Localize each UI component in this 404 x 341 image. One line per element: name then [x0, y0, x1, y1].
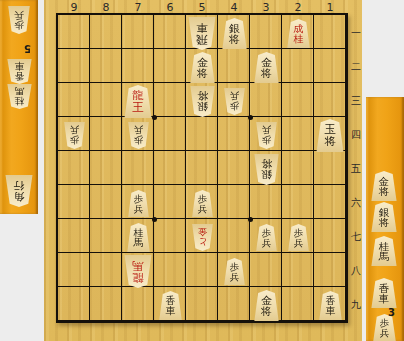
board-square-3八[interactable]: [250, 253, 282, 287]
board-square-3六[interactable]: [250, 185, 282, 219]
board-square-5四[interactable]: [186, 117, 218, 151]
board-square-1八[interactable]: [314, 253, 346, 287]
board-square-9八[interactable]: [58, 253, 90, 287]
shogi-app: { "game": "shogi", "position": { "sfen":…: [0, 0, 404, 341]
board-square-5八[interactable]: [186, 253, 218, 287]
sente-hand-count-歩兵: 3: [388, 307, 395, 318]
board-square-2四[interactable]: [282, 117, 314, 151]
file-label-5: 5: [186, 1, 218, 14]
rank-label-3: 三: [349, 94, 363, 108]
board-square-8二[interactable]: [90, 49, 122, 83]
board-square-2二[interactable]: [282, 49, 314, 83]
file-label-6: 6: [154, 1, 186, 14]
gote-hand-count-歩兵: 5: [24, 43, 31, 54]
board-square-3三[interactable]: [250, 83, 282, 117]
file-label-4: 4: [218, 1, 250, 14]
board-square-1五[interactable]: [314, 151, 346, 185]
board-square-6六[interactable]: [154, 185, 186, 219]
file-label-9: 9: [58, 1, 90, 14]
board-square-9六[interactable]: [58, 185, 90, 219]
board-square-8六[interactable]: [90, 185, 122, 219]
board-square-4九[interactable]: [218, 287, 250, 321]
file-label-1: 1: [314, 1, 346, 14]
board-square-2九[interactable]: [282, 287, 314, 321]
board-square-4四[interactable]: [218, 117, 250, 151]
board-square-6七[interactable]: [154, 219, 186, 253]
board-square-1三[interactable]: [314, 83, 346, 117]
board-square-6二[interactable]: [154, 49, 186, 83]
board-square-8八[interactable]: [90, 253, 122, 287]
board-square-8一[interactable]: [90, 15, 122, 49]
file-label-2: 2: [282, 1, 314, 14]
board-square-5五[interactable]: [186, 151, 218, 185]
board-square-2八[interactable]: [282, 253, 314, 287]
board-square-6三[interactable]: [154, 83, 186, 117]
file-label-8: 8: [90, 1, 122, 14]
board-square-8四[interactable]: [90, 117, 122, 151]
board-square-1二[interactable]: [314, 49, 346, 83]
star-point: [152, 115, 157, 120]
board-square-7五[interactable]: [122, 151, 154, 185]
board-square-6五[interactable]: [154, 151, 186, 185]
rank-label-1: 一: [349, 26, 363, 40]
board-square-9三[interactable]: [58, 83, 90, 117]
board-square-2三[interactable]: [282, 83, 314, 117]
board-square-3一[interactable]: [250, 15, 282, 49]
rank-label-2: 二: [349, 60, 363, 74]
star-point: [248, 217, 253, 222]
board-square-2六[interactable]: [282, 185, 314, 219]
board-square-7二[interactable]: [122, 49, 154, 83]
board-square-6一[interactable]: [154, 15, 186, 49]
board-square-8七[interactable]: [90, 219, 122, 253]
board-square-4五[interactable]: [218, 151, 250, 185]
board-square-8五[interactable]: [90, 151, 122, 185]
board-square-9二[interactable]: [58, 49, 90, 83]
file-label-7: 7: [122, 1, 154, 14]
board-square-7一[interactable]: [122, 15, 154, 49]
rank-label-4: 四: [349, 128, 363, 142]
star-point: [248, 115, 253, 120]
star-point: [152, 217, 157, 222]
file-label-3: 3: [250, 1, 282, 14]
rank-label-7: 七: [349, 230, 363, 244]
board-square-8三[interactable]: [90, 83, 122, 117]
board-square-1一[interactable]: [314, 15, 346, 49]
board-square-5九[interactable]: [186, 287, 218, 321]
rank-label-8: 八: [349, 264, 363, 278]
board-square-4七[interactable]: [218, 219, 250, 253]
board-square-9九[interactable]: [58, 287, 90, 321]
board-square-6四[interactable]: [154, 117, 186, 151]
board-square-6八[interactable]: [154, 253, 186, 287]
rank-label-5: 五: [349, 162, 363, 176]
board-square-4二[interactable]: [218, 49, 250, 83]
board-square-9一[interactable]: [58, 15, 90, 49]
board-square-9五[interactable]: [58, 151, 90, 185]
board-square-8九[interactable]: [90, 287, 122, 321]
board-square-4六[interactable]: [218, 185, 250, 219]
rank-label-6: 六: [349, 196, 363, 210]
board-square-2五[interactable]: [282, 151, 314, 185]
board-square-9七[interactable]: [58, 219, 90, 253]
board-square-7九[interactable]: [122, 287, 154, 321]
board-square-1六[interactable]: [314, 185, 346, 219]
rank-label-9: 九: [349, 298, 363, 312]
board-square-1七[interactable]: [314, 219, 346, 253]
